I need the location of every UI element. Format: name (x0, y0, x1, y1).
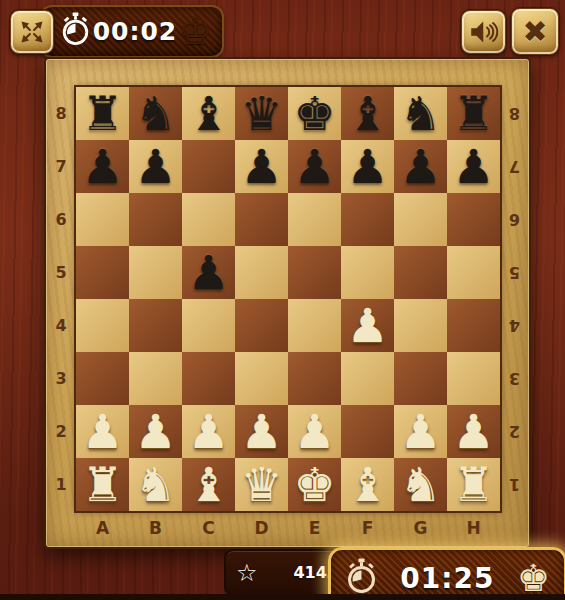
square-e2[interactable]: ♟ (288, 405, 341, 458)
square-f6[interactable] (341, 193, 394, 246)
square-a4[interactable] (76, 299, 129, 352)
rank-label-7-left: 7 (46, 140, 76, 193)
square-g5[interactable] (394, 246, 447, 299)
square-d5[interactable] (235, 246, 288, 299)
piece-black-king[interactable]: ♚ (293, 87, 335, 140)
black-timer: 00:02 (93, 17, 178, 46)
rank-label-3-left: 3 (46, 352, 76, 405)
square-c2[interactable]: ♟ (182, 405, 235, 458)
square-d3[interactable] (235, 352, 288, 405)
square-e6[interactable] (288, 193, 341, 246)
square-c8[interactable]: ♝ (182, 87, 235, 140)
square-c4[interactable] (182, 299, 235, 352)
square-f5[interactable] (341, 246, 394, 299)
sound-button[interactable] (461, 10, 506, 54)
square-b5[interactable] (129, 246, 182, 299)
piece-white-bishop[interactable]: ♝ (346, 458, 388, 511)
file-labels-bottom: ABCDEFGH (76, 511, 500, 547)
square-a8[interactable]: ♜ (76, 87, 129, 140)
square-h7[interactable]: ♟ (447, 140, 500, 193)
piece-black-knight[interactable]: ♞ (399, 87, 441, 140)
piece-white-pawn[interactable]: ♟ (134, 405, 176, 458)
piece-black-rook[interactable]: ♜ (452, 87, 494, 140)
square-b3[interactable] (129, 352, 182, 405)
stopwatch-icon (345, 558, 378, 599)
piece-white-pawn[interactable]: ♟ (187, 405, 229, 458)
chess-board: 87654321 87654321 ABCDEFGH ♜♞♝♛♚♝♞♜♟♟♟♟♟… (44, 57, 531, 549)
square-c3[interactable] (182, 352, 235, 405)
square-h5[interactable] (447, 246, 500, 299)
piece-white-knight[interactable]: ♞ (134, 458, 176, 511)
square-f4[interactable]: ♟ (341, 299, 394, 352)
rank-label-2-left: 2 (46, 405, 76, 458)
file-label-f: F (341, 511, 394, 547)
fullscreen-button[interactable] (10, 10, 54, 54)
square-c7[interactable] (182, 140, 235, 193)
piece-black-bishop[interactable]: ♝ (187, 87, 229, 140)
square-a6[interactable] (76, 193, 129, 246)
rank-label-7-right: 7 (500, 140, 529, 193)
rank-label-4-left: 4 (46, 299, 76, 352)
piece-white-king[interactable]: ♚ (293, 458, 335, 511)
piece-black-knight[interactable]: ♞ (134, 87, 176, 140)
file-label-h: H (447, 511, 500, 547)
black-king-icon: ♚ (179, 13, 212, 50)
piece-white-knight[interactable]: ♞ (399, 458, 441, 511)
file-label-a: A (76, 511, 129, 547)
square-g3[interactable] (394, 352, 447, 405)
close-button[interactable]: ✖ (511, 8, 559, 55)
rank-label-3-right: 3 (500, 352, 529, 405)
piece-black-pawn[interactable]: ♟ (346, 140, 388, 193)
square-d6[interactable] (235, 193, 288, 246)
square-g2[interactable]: ♟ (394, 405, 447, 458)
rank-labels-left: 87654321 (46, 87, 76, 511)
file-label-c: C (182, 511, 235, 547)
square-e1[interactable]: ♚ (288, 458, 341, 511)
square-c5[interactable]: ♟ (182, 246, 235, 299)
square-g7[interactable]: ♟ (394, 140, 447, 193)
square-f7[interactable]: ♟ (341, 140, 394, 193)
square-g8[interactable]: ♞ (394, 87, 447, 140)
square-d2[interactable]: ♟ (235, 405, 288, 458)
file-label-b: B (129, 511, 182, 547)
square-d1[interactable]: ♛ (235, 458, 288, 511)
square-h8[interactable]: ♜ (447, 87, 500, 140)
square-g1[interactable]: ♞ (394, 458, 447, 511)
piece-black-pawn[interactable]: ♟ (81, 140, 123, 193)
piece-black-pawn[interactable]: ♟ (240, 140, 282, 193)
piece-white-bishop[interactable]: ♝ (187, 458, 229, 511)
square-b4[interactable] (129, 299, 182, 352)
piece-black-pawn[interactable]: ♟ (399, 140, 441, 193)
piece-white-pawn[interactable]: ♟ (452, 405, 494, 458)
white-king-icon: ♚ (517, 560, 550, 597)
board-grid: ♜♞♝♛♚♝♞♜♟♟♟♟♟♟♟♟♟♟♟♟♟♟♟♟♜♞♝♛♚♝♞♜ (76, 87, 500, 511)
file-label-d: D (235, 511, 288, 547)
square-g6[interactable] (394, 193, 447, 246)
square-d8[interactable]: ♛ (235, 87, 288, 140)
game-window: 00:02 ♚ ✖ 87654321 87654321 ABCDEFGH ♜♞♝… (0, 0, 565, 600)
square-d4[interactable] (235, 299, 288, 352)
piece-white-queen[interactable]: ♛ (240, 458, 282, 511)
square-b6[interactable] (129, 193, 182, 246)
piece-white-pawn[interactable]: ♟ (240, 405, 282, 458)
square-f8[interactable]: ♝ (341, 87, 394, 140)
fullscreen-icon (18, 18, 46, 46)
square-e7[interactable]: ♟ (288, 140, 341, 193)
square-h1[interactable]: ♜ (447, 458, 500, 511)
square-b8[interactable]: ♞ (129, 87, 182, 140)
rank-label-1-right: 1 (500, 458, 529, 511)
piece-black-pawn[interactable]: ♟ (293, 140, 335, 193)
square-e5[interactable] (288, 246, 341, 299)
piece-black-bishop[interactable]: ♝ (346, 87, 388, 140)
player-top-panel: 00:02 ♚ (40, 5, 224, 58)
piece-black-pawn[interactable]: ♟ (452, 140, 494, 193)
piece-black-rook[interactable]: ♜ (81, 87, 123, 140)
rank-label-1-left: 1 (46, 458, 76, 511)
piece-white-rook[interactable]: ♜ (81, 458, 123, 511)
square-e8[interactable]: ♚ (288, 87, 341, 140)
square-b7[interactable]: ♟ (129, 140, 182, 193)
square-f2[interactable] (341, 405, 394, 458)
square-a7[interactable]: ♟ (76, 140, 129, 193)
piece-white-pawn[interactable]: ♟ (81, 405, 123, 458)
square-h4[interactable] (447, 299, 500, 352)
square-f1[interactable]: ♝ (341, 458, 394, 511)
close-icon: ✖ (522, 17, 547, 47)
rank-label-2-right: 2 (500, 405, 529, 458)
piece-white-pawn[interactable]: ♟ (346, 299, 388, 352)
square-a2[interactable]: ♟ (76, 405, 129, 458)
star-icon: ☆ (236, 561, 258, 585)
white-timer: 01:25 (400, 562, 494, 595)
square-a1[interactable]: ♜ (76, 458, 129, 511)
rank-label-6-left: 6 (46, 193, 76, 246)
file-label-e: E (288, 511, 341, 547)
square-b1[interactable]: ♞ (129, 458, 182, 511)
square-e4[interactable] (288, 299, 341, 352)
square-a5[interactable] (76, 246, 129, 299)
speaker-icon (469, 19, 499, 45)
square-d7[interactable]: ♟ (235, 140, 288, 193)
rank-label-8-left: 8 (46, 87, 76, 140)
rank-labels-right: 87654321 (500, 87, 529, 511)
square-h6[interactable] (447, 193, 500, 246)
square-e3[interactable] (288, 352, 341, 405)
piece-black-queen[interactable]: ♛ (240, 87, 282, 140)
piece-white-pawn[interactable]: ♟ (293, 405, 335, 458)
player-bottom-panel: 01:25 ♚ (328, 547, 565, 600)
piece-white-pawn[interactable]: ♟ (399, 405, 441, 458)
square-g4[interactable] (394, 299, 447, 352)
piece-black-pawn[interactable]: ♟ (134, 140, 176, 193)
piece-white-rook[interactable]: ♜ (452, 458, 494, 511)
rank-label-5-left: 5 (46, 246, 76, 299)
rank-label-8-right: 8 (500, 87, 529, 140)
square-c6[interactable] (182, 193, 235, 246)
stopwatch-icon (60, 12, 91, 51)
square-h3[interactable] (447, 352, 500, 405)
file-label-g: G (394, 511, 447, 547)
square-c1[interactable]: ♝ (182, 458, 235, 511)
rank-label-6-right: 6 (500, 193, 529, 246)
rank-label-4-right: 4 (500, 299, 529, 352)
square-b2[interactable]: ♟ (129, 405, 182, 458)
rank-label-5-right: 5 (500, 246, 529, 299)
square-f3[interactable] (341, 352, 394, 405)
square-h2[interactable]: ♟ (447, 405, 500, 458)
piece-black-pawn[interactable]: ♟ (187, 246, 229, 299)
square-a3[interactable] (76, 352, 129, 405)
